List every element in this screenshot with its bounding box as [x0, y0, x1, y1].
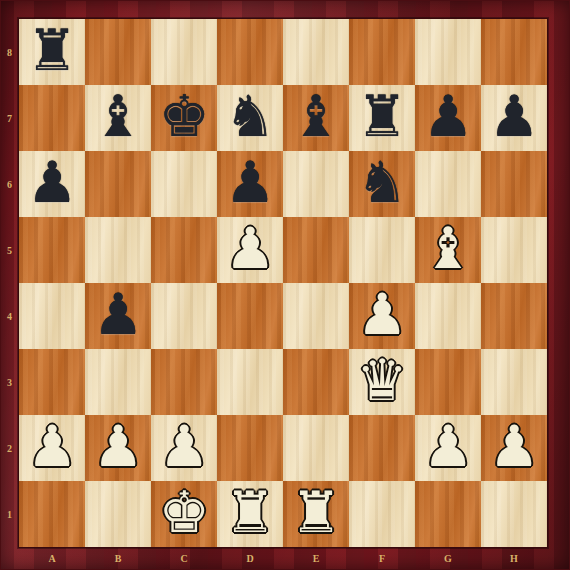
piece-black-pawn: ♟	[224, 154, 275, 211]
file-label-g: G	[415, 547, 481, 570]
chess-board-frame: ♜♝♚♞♝♜♟♟♟♟♞♟♝♟♟♛♟♟♟♟♟♚♜♜ 87654321 ABCDEF…	[0, 0, 570, 570]
square-h2[interactable]: ♟	[481, 415, 547, 481]
square-h5[interactable]	[481, 217, 547, 283]
square-c7[interactable]: ♚	[151, 85, 217, 151]
square-c2[interactable]: ♟	[151, 415, 217, 481]
square-c5[interactable]	[151, 217, 217, 283]
square-b1[interactable]	[85, 481, 151, 547]
piece-white-king: ♚	[158, 484, 209, 541]
file-label-f: F	[349, 547, 415, 570]
square-b3[interactable]	[85, 349, 151, 415]
piece-black-bishop: ♝	[290, 88, 341, 145]
square-d2[interactable]	[217, 415, 283, 481]
piece-black-king: ♚	[158, 88, 209, 145]
square-c1[interactable]: ♚	[151, 481, 217, 547]
square-g7[interactable]: ♟	[415, 85, 481, 151]
square-a7[interactable]	[19, 85, 85, 151]
square-f4[interactable]: ♟	[349, 283, 415, 349]
square-g8[interactable]	[415, 19, 481, 85]
rank-labels: 87654321	[0, 19, 19, 547]
square-f2[interactable]	[349, 415, 415, 481]
piece-black-rook: ♜	[26, 22, 77, 79]
square-b7[interactable]: ♝	[85, 85, 151, 151]
square-c3[interactable]	[151, 349, 217, 415]
square-g6[interactable]	[415, 151, 481, 217]
rank-label-6: 6	[0, 151, 19, 217]
piece-white-queen: ♛	[356, 352, 407, 409]
square-e5[interactable]	[283, 217, 349, 283]
piece-black-pawn: ♟	[92, 286, 143, 343]
piece-black-knight: ♞	[356, 154, 407, 211]
square-f5[interactable]	[349, 217, 415, 283]
piece-white-pawn: ♟	[488, 418, 539, 475]
square-g4[interactable]	[415, 283, 481, 349]
piece-white-rook: ♜	[290, 484, 341, 541]
square-g2[interactable]: ♟	[415, 415, 481, 481]
square-b4[interactable]: ♟	[85, 283, 151, 349]
piece-white-rook: ♜	[224, 484, 275, 541]
file-label-d: D	[217, 547, 283, 570]
square-d4[interactable]	[217, 283, 283, 349]
square-e2[interactable]	[283, 415, 349, 481]
rank-label-8: 8	[0, 19, 19, 85]
square-a2[interactable]: ♟	[19, 415, 85, 481]
piece-black-knight: ♞	[224, 88, 275, 145]
piece-black-pawn: ♟	[422, 88, 473, 145]
piece-white-pawn: ♟	[422, 418, 473, 475]
file-label-h: H	[481, 547, 547, 570]
square-d3[interactable]	[217, 349, 283, 415]
square-h3[interactable]	[481, 349, 547, 415]
square-d6[interactable]: ♟	[217, 151, 283, 217]
rank-label-7: 7	[0, 85, 19, 151]
piece-black-rook: ♜	[356, 88, 407, 145]
square-g3[interactable]	[415, 349, 481, 415]
rank-label-3: 3	[0, 349, 19, 415]
piece-black-pawn: ♟	[488, 88, 539, 145]
square-d1[interactable]: ♜	[217, 481, 283, 547]
piece-white-pawn: ♟	[92, 418, 143, 475]
square-g5[interactable]: ♝	[415, 217, 481, 283]
square-a5[interactable]	[19, 217, 85, 283]
piece-black-pawn: ♟	[26, 154, 77, 211]
square-e3[interactable]	[283, 349, 349, 415]
file-label-e: E	[283, 547, 349, 570]
piece-white-bishop: ♝	[422, 220, 473, 277]
square-g1[interactable]	[415, 481, 481, 547]
square-a6[interactable]: ♟	[19, 151, 85, 217]
square-f6[interactable]: ♞	[349, 151, 415, 217]
piece-white-pawn: ♟	[356, 286, 407, 343]
piece-white-pawn: ♟	[158, 418, 209, 475]
square-e6[interactable]	[283, 151, 349, 217]
square-c8[interactable]	[151, 19, 217, 85]
rank-label-2: 2	[0, 415, 19, 481]
square-f3[interactable]: ♛	[349, 349, 415, 415]
rank-label-5: 5	[0, 217, 19, 283]
square-c4[interactable]	[151, 283, 217, 349]
square-b2[interactable]: ♟	[85, 415, 151, 481]
square-a3[interactable]	[19, 349, 85, 415]
square-h6[interactable]	[481, 151, 547, 217]
file-labels: ABCDEFGH	[19, 547, 547, 570]
chess-board: ♜♝♚♞♝♜♟♟♟♟♞♟♝♟♟♛♟♟♟♟♟♚♜♜	[19, 19, 547, 547]
square-b8[interactable]	[85, 19, 151, 85]
square-e7[interactable]: ♝	[283, 85, 349, 151]
rank-label-1: 1	[0, 481, 19, 547]
square-a4[interactable]	[19, 283, 85, 349]
square-h1[interactable]	[481, 481, 547, 547]
square-d7[interactable]: ♞	[217, 85, 283, 151]
square-d5[interactable]: ♟	[217, 217, 283, 283]
piece-black-bishop: ♝	[92, 88, 143, 145]
square-h4[interactable]	[481, 283, 547, 349]
piece-white-pawn: ♟	[224, 220, 275, 277]
square-c6[interactable]	[151, 151, 217, 217]
square-e4[interactable]	[283, 283, 349, 349]
square-f7[interactable]: ♜	[349, 85, 415, 151]
square-f1[interactable]	[349, 481, 415, 547]
square-a8[interactable]: ♜	[19, 19, 85, 85]
file-label-b: B	[85, 547, 151, 570]
square-f8[interactable]	[349, 19, 415, 85]
file-label-a: A	[19, 547, 85, 570]
square-e1[interactable]: ♜	[283, 481, 349, 547]
square-d8[interactable]	[217, 19, 283, 85]
square-e8[interactable]	[283, 19, 349, 85]
square-b5[interactable]	[85, 217, 151, 283]
piece-white-pawn: ♟	[26, 418, 77, 475]
file-label-c: C	[151, 547, 217, 570]
square-h8[interactable]	[481, 19, 547, 85]
square-a1[interactable]	[19, 481, 85, 547]
rank-label-4: 4	[0, 283, 19, 349]
square-h7[interactable]: ♟	[481, 85, 547, 151]
square-b6[interactable]	[85, 151, 151, 217]
